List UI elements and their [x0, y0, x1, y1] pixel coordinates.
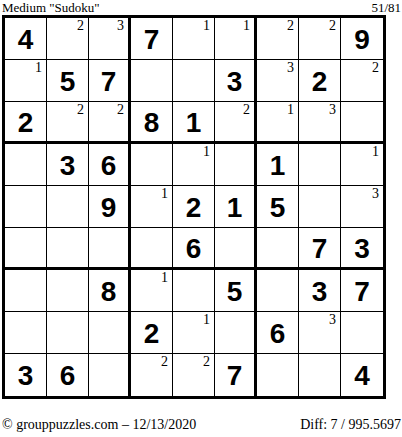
cell-value: 3	[312, 276, 328, 306]
cell-value: 7	[312, 233, 328, 263]
cell-value: 6	[101, 150, 117, 180]
pencil-mark: 2	[372, 61, 379, 75]
cell-value: 5	[227, 276, 243, 306]
cell-r3c8[interactable]: 3	[299, 102, 341, 144]
cell-r7c3[interactable]: 8	[89, 270, 131, 312]
cell-r9c8[interactable]	[299, 354, 341, 396]
cell-value: 1	[227, 192, 243, 222]
pencil-mark: 1	[35, 61, 42, 75]
cell-r1c8[interactable]: 2	[299, 18, 341, 60]
cell-r6c1[interactable]	[5, 228, 47, 270]
cell-r1c9[interactable]: 9	[341, 18, 383, 60]
cell-value: 5	[60, 66, 76, 96]
puzzle-title: Medium "Sudoku"	[2, 0, 100, 15]
cell-value: 5	[270, 192, 286, 222]
cell-r2c9[interactable]: 2	[341, 60, 383, 102]
cell-r4c1[interactable]	[5, 144, 47, 186]
cell-r6c9[interactable]: 3	[341, 228, 383, 270]
cell-value: 6	[186, 233, 202, 263]
cell-r9c5[interactable]: 2	[173, 354, 215, 396]
cell-r2c5[interactable]	[173, 60, 215, 102]
pencil-mark: 2	[117, 103, 124, 117]
pencil-mark: 2	[161, 355, 168, 369]
cell-r4c4[interactable]	[131, 144, 173, 186]
pencil-mark: 2	[287, 19, 294, 33]
cell-r9c3[interactable]	[89, 354, 131, 396]
pencil-mark: 3	[329, 103, 336, 117]
cell-r1c7[interactable]: 2	[257, 18, 299, 60]
pencil-mark: 2	[77, 103, 84, 117]
pencil-mark: 2	[329, 19, 336, 33]
pencil-mark: 3	[372, 187, 379, 201]
cell-r5c9[interactable]: 3	[341, 186, 383, 228]
cell-r4c8[interactable]	[299, 144, 341, 186]
cell-r2c1[interactable]: 1	[5, 60, 47, 102]
cell-counter: 51/81	[371, 0, 401, 15]
cell-value: 3	[18, 360, 34, 390]
cell-r4c3[interactable]: 6	[89, 144, 131, 186]
footer: © grouppuzzles.com – 12/13/2020 Diff: 7 …	[2, 417, 401, 433]
difficulty-label: Diff: 7 / 995.5697	[300, 417, 401, 433]
pencil-mark: 2	[243, 103, 250, 117]
cell-r5c5[interactable]: 2	[173, 186, 215, 228]
cell-r8c3[interactable]	[89, 312, 131, 354]
cell-r1c4[interactable]: 7	[131, 18, 173, 60]
cell-r4c2[interactable]: 3	[47, 144, 89, 186]
cell-value: 2	[144, 318, 160, 348]
cell-r7c9[interactable]: 7	[341, 270, 383, 312]
cell-value: 6	[60, 360, 76, 390]
cell-r8c4[interactable]: 2	[131, 312, 173, 354]
cell-r9c1[interactable]: 3	[5, 354, 47, 396]
cell-r1c5[interactable]: 1	[173, 18, 215, 60]
pencil-mark: 1	[203, 313, 210, 327]
pencil-mark: 2	[77, 19, 84, 33]
cell-r5c2[interactable]	[47, 186, 89, 228]
cell-r7c1[interactable]	[5, 270, 47, 312]
cell-r6c3[interactable]	[89, 228, 131, 270]
cell-r6c7[interactable]	[257, 228, 299, 270]
cell-value: 2	[312, 66, 328, 96]
cell-r3c7[interactable]: 1	[257, 102, 299, 144]
cell-r5c8[interactable]	[299, 186, 341, 228]
pencil-mark: 1	[287, 103, 294, 117]
cell-r7c8[interactable]: 3	[299, 270, 341, 312]
pencil-mark: 3	[117, 19, 124, 33]
header: Medium "Sudoku" 51/81	[2, 0, 401, 15]
pencil-mark: 3	[329, 313, 336, 327]
cell-r3c2[interactable]: 2	[47, 102, 89, 144]
cell-r6c2[interactable]	[47, 228, 89, 270]
cell-r7c4[interactable]: 1	[131, 270, 173, 312]
cell-value: 9	[101, 192, 117, 222]
cell-r7c6[interactable]: 5	[215, 270, 257, 312]
cell-r4c9[interactable]: 1	[341, 144, 383, 186]
cell-r3c5[interactable]: 1	[173, 102, 215, 144]
cell-r1c6[interactable]: 1	[215, 18, 257, 60]
cell-r5c1[interactable]	[5, 186, 47, 228]
cell-r1c1[interactable]: 4	[5, 18, 47, 60]
pencil-mark: 1	[372, 145, 379, 159]
cell-r7c2[interactable]	[47, 270, 89, 312]
cell-value: 1	[270, 150, 286, 180]
cell-r3c4[interactable]: 8	[131, 102, 173, 144]
cell-r2c4[interactable]	[131, 60, 173, 102]
cell-r1c2[interactable]: 2	[47, 18, 89, 60]
cell-value: 7	[354, 276, 370, 306]
cell-r3c1[interactable]: 2	[5, 102, 47, 144]
copyright-credit: © grouppuzzles.com – 12/13/2020	[2, 417, 196, 433]
cell-r8c8[interactable]: 3	[299, 312, 341, 354]
cell-r6c6[interactable]	[215, 228, 257, 270]
cell-r2c2[interactable]: 5	[47, 60, 89, 102]
cell-value: 2	[18, 107, 34, 137]
cell-r2c7[interactable]: 3	[257, 60, 299, 102]
cell-r6c5[interactable]: 6	[173, 228, 215, 270]
cell-r8c2[interactable]	[47, 312, 89, 354]
pencil-mark: 2	[203, 355, 210, 369]
cell-r4c6[interactable]	[215, 144, 257, 186]
cell-r9c6[interactable]: 7	[215, 354, 257, 396]
pencil-mark: 3	[287, 61, 294, 75]
pencil-mark: 1	[161, 187, 168, 201]
cell-r6c4[interactable]	[131, 228, 173, 270]
cell-value: 4	[18, 24, 34, 54]
cell-r5c4[interactable]: 1	[131, 186, 173, 228]
cell-r2c3[interactable]: 7	[89, 60, 131, 102]
cell-r8c6[interactable]	[215, 312, 257, 354]
cell-value: 7	[101, 66, 117, 96]
cell-r9c9[interactable]: 4	[341, 354, 383, 396]
cell-r8c9[interactable]	[341, 312, 383, 354]
cell-r8c7[interactable]: 6	[257, 312, 299, 354]
cell-r9c4[interactable]: 2	[131, 354, 173, 396]
pencil-mark: 1	[203, 19, 210, 33]
cell-value: 3	[227, 66, 243, 96]
cell-value: 8	[144, 107, 160, 137]
pencil-mark: 1	[203, 145, 210, 159]
cell-r2c6[interactable]: 3	[215, 60, 257, 102]
cell-value: 7	[227, 360, 243, 390]
cell-value: 8	[101, 276, 117, 306]
cell-r1c3[interactable]: 3	[89, 18, 131, 60]
cell-value: 3	[60, 150, 76, 180]
cell-r7c5[interactable]	[173, 270, 215, 312]
cell-r8c5[interactable]: 1	[173, 312, 215, 354]
cell-r6c8[interactable]: 7	[299, 228, 341, 270]
cell-r5c7[interactable]: 5	[257, 186, 299, 228]
cell-r7c7[interactable]	[257, 270, 299, 312]
sudoku-board: 4237112291573322222812133611191215367381…	[2, 15, 386, 399]
pencil-mark: 1	[243, 19, 250, 33]
cell-value: 2	[186, 192, 202, 222]
cell-value: 6	[270, 318, 286, 348]
cell-r5c3[interactable]: 9	[89, 186, 131, 228]
cell-value: 9	[354, 24, 370, 54]
cell-r4c5[interactable]: 1	[173, 144, 215, 186]
pencil-mark: 1	[161, 271, 168, 285]
cell-value: 7	[144, 24, 160, 54]
cell-r9c2[interactable]: 6	[47, 354, 89, 396]
cell-value: 1	[186, 107, 202, 137]
cell-r3c3[interactable]: 2	[89, 102, 131, 144]
cell-r5c6[interactable]: 1	[215, 186, 257, 228]
cell-r3c9[interactable]	[341, 102, 383, 144]
cell-r2c8[interactable]: 2	[299, 60, 341, 102]
cell-r3c6[interactable]: 2	[215, 102, 257, 144]
cell-r8c1[interactable]	[5, 312, 47, 354]
cell-value: 3	[354, 233, 370, 263]
cell-value: 4	[354, 360, 370, 390]
cell-r4c7[interactable]: 1	[257, 144, 299, 186]
cell-r9c7[interactable]	[257, 354, 299, 396]
